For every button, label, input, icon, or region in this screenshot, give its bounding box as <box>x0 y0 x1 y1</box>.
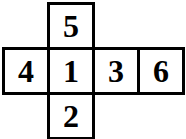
empty-cell <box>92 92 137 137</box>
face-5: 5 <box>47 2 95 50</box>
empty-cell <box>137 92 182 137</box>
face-3: 3 <box>92 47 140 95</box>
empty-cell <box>137 2 182 47</box>
empty-cell <box>92 2 137 47</box>
empty-cell <box>2 2 47 47</box>
empty-cell <box>2 92 47 137</box>
cube-net-board: 5 4 1 3 6 2 <box>2 2 185 139</box>
cube-net-diagram: 5 4 1 3 6 2 <box>0 0 186 139</box>
face-2: 2 <box>47 92 95 139</box>
face-1: 1 <box>47 47 95 95</box>
face-4: 4 <box>2 47 50 95</box>
face-6: 6 <box>137 47 185 95</box>
